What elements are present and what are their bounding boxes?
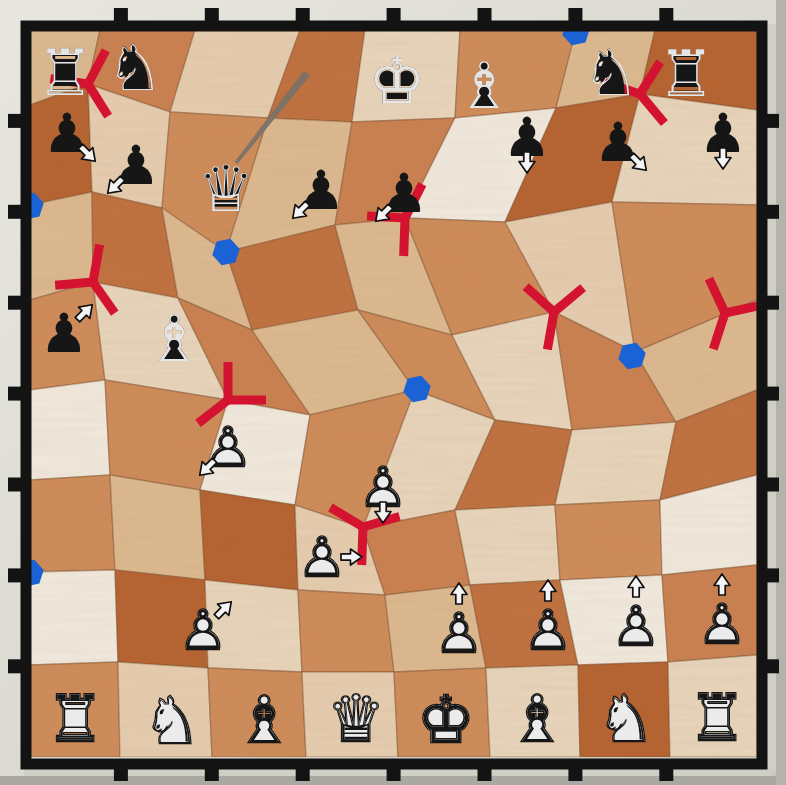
frame-tab-top (568, 8, 582, 23)
board-canvas: ♞♘♜♖♞♘♜♖♚♔♝♗♟♟♟♟♟♛♕♟♟♟♝♗♟♙♟♙♟♙♟♙♟♙♟♙♟♙♟♙… (0, 0, 786, 785)
frame-tab-bottom (659, 766, 673, 781)
piece-detail: ♙ (524, 599, 572, 662)
piece-detail: ♙ (612, 595, 660, 658)
frame-tab-left (8, 114, 23, 128)
piece-detail: ♘ (143, 684, 200, 758)
frame-tab-right (764, 568, 779, 582)
piece-white-rook[interactable]: ♜♖ (46, 682, 103, 756)
red-y-arm (55, 282, 93, 285)
frame-tab-right (764, 478, 779, 492)
piece-detail: ♖ (46, 682, 103, 756)
piece-black-bishop[interactable]: ♝♗ (145, 302, 202, 376)
piece-black-rook[interactable]: ♜♖ (657, 37, 714, 111)
frame-tab-left (8, 296, 23, 310)
piece-detail: ♗ (235, 683, 292, 757)
piece-white-rook[interactable]: ♜♖ (688, 681, 745, 755)
piece-white-pawn[interactable]: ♟♙ (698, 593, 746, 656)
piece-detail: ♔ (368, 44, 425, 118)
piece-detail: ♘ (106, 31, 163, 105)
piece-white-pawn[interactable]: ♟♙ (298, 526, 346, 589)
piece-black-knight[interactable]: ♞♘ (582, 36, 639, 110)
piece-detail: ♖ (688, 681, 745, 755)
frame-tab-top (478, 8, 492, 23)
piece-black-rook[interactable]: ♜♖ (36, 36, 93, 110)
piece-white-knight[interactable]: ♞♘ (597, 682, 654, 756)
frame-tab-top (205, 8, 219, 23)
piece-detail: ♔ (417, 683, 474, 757)
piece-detail: ♙ (435, 602, 483, 665)
piece-black-queen[interactable]: ♛♕ (197, 152, 254, 226)
piece-white-bishop[interactable]: ♝♗ (508, 682, 565, 756)
frame-tab-left (8, 478, 23, 492)
frame-tab-left (8, 205, 23, 219)
piece-detail: ♙ (698, 593, 746, 656)
piece-white-king[interactable]: ♚♔ (417, 683, 474, 757)
piece-detail: ♕ (197, 152, 254, 226)
frame-tab-right (764, 205, 779, 219)
red-y-arm (362, 527, 363, 565)
frame-tab-bottom (296, 766, 310, 781)
frame-tab-right (764, 659, 779, 673)
frame-tab-left (8, 387, 23, 401)
frame-tab-bottom (478, 766, 492, 781)
frame-tab-bottom (114, 766, 128, 781)
piece-detail: ♖ (36, 36, 93, 110)
piece-white-pawn[interactable]: ♟♙ (612, 595, 660, 658)
piece-detail: ♗ (508, 682, 565, 756)
piece-detail: ♘ (597, 682, 654, 756)
piece-detail: ♙ (298, 526, 346, 589)
piece-white-queen[interactable]: ♛♕ (327, 682, 384, 756)
frame-tab-bottom (568, 766, 582, 781)
frame-tab-left (8, 568, 23, 582)
piece-white-bishop[interactable]: ♝♗ (235, 683, 292, 757)
frame-tab-top (114, 8, 128, 23)
piece-detail: ♘ (582, 36, 639, 110)
piece-white-knight[interactable]: ♞♘ (143, 684, 200, 758)
frame-tab-top (296, 8, 310, 23)
frame-tab-right (764, 387, 779, 401)
frame-tab-left (8, 659, 23, 673)
piece-detail: ♕ (327, 682, 384, 756)
frame-tab-bottom (387, 766, 401, 781)
piece-detail: ♗ (145, 302, 202, 376)
piece-white-pawn[interactable]: ♟♙ (435, 602, 483, 665)
frame-tab-right (764, 296, 779, 310)
piece-detail: ♖ (657, 37, 714, 111)
piece-black-king[interactable]: ♚♔ (368, 44, 425, 118)
piece-white-pawn[interactable]: ♟♙ (524, 599, 572, 662)
frame-tab-bottom (205, 766, 219, 781)
warped-chess-board: ♞♘♜♖♞♘♜♖♚♔♝♗♟♟♟♟♟♛♕♟♟♟♝♗♟♙♟♙♟♙♟♙♟♙♟♙♟♙♟♙… (0, 0, 786, 785)
frame-tab-top (659, 8, 673, 23)
piece-black-knight[interactable]: ♞♘ (106, 31, 163, 105)
frame-tab-top (387, 8, 401, 23)
frame-tab-right (764, 114, 779, 128)
